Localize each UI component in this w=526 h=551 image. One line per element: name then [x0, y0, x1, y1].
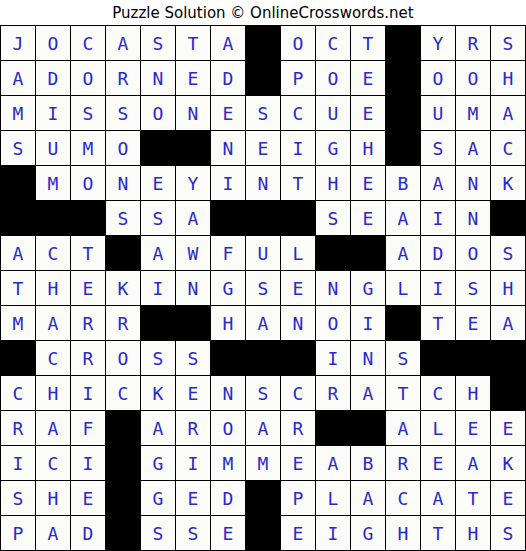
letter-cell-r12c14[interactable]: E: [456, 411, 490, 445]
letter-cell-r8c11[interactable]: G: [351, 271, 385, 305]
letter-cell-r8c6[interactable]: N: [176, 271, 210, 305]
letter-cell-r12c2[interactable]: A: [36, 411, 70, 445]
letter-cell-r3c11[interactable]: E: [351, 96, 385, 130]
letter-cell-r11c10[interactable]: R: [316, 376, 350, 410]
block-cell-r10c13: [421, 341, 455, 375]
letter-cell-r2c6[interactable]: E: [176, 61, 210, 95]
letter-cell-r9c13[interactable]: T: [421, 306, 455, 340]
letter-cell-r15c14[interactable]: H: [456, 516, 490, 550]
letter-cell-r8c9[interactable]: E: [281, 271, 315, 305]
block-cell-r5c1: [1, 166, 35, 200]
letter-cell-r15c1[interactable]: P: [1, 516, 35, 550]
letter-cell-r5c10[interactable]: H: [316, 166, 350, 200]
letter-cell-r3c14[interactable]: M: [456, 96, 490, 130]
letter-cell-r1c14[interactable]: R: [456, 26, 490, 60]
block-cell-r4c5: [141, 131, 175, 165]
letter-cell-r2c1[interactable]: A: [1, 61, 35, 95]
title-bar: Puzzle Solution © OnlineCrosswords.net: [0, 0, 526, 25]
block-cell-r10c8: [246, 341, 280, 375]
letter-cell-r1c13[interactable]: Y: [421, 26, 455, 60]
letter-cell-r13c11[interactable]: B: [351, 446, 385, 480]
letter-cell-r8c12[interactable]: L: [386, 271, 420, 305]
block-cell-r4c6: [176, 131, 210, 165]
block-cell-r2c12: [386, 61, 420, 95]
block-cell-r15c8: [246, 516, 280, 550]
letter-cell-r7c3[interactable]: T: [71, 236, 105, 270]
letter-cell-r5c8[interactable]: N: [246, 166, 280, 200]
block-cell-r1c12: [386, 26, 420, 60]
letter-cell-r2c3[interactable]: O: [71, 61, 105, 95]
letter-cell-r6c5[interactable]: S: [141, 201, 175, 235]
letter-cell-r14c7[interactable]: D: [211, 481, 245, 515]
letter-cell-r14c12[interactable]: C: [386, 481, 420, 515]
block-cell-r12c4: [106, 411, 140, 445]
letter-cell-r13c8[interactable]: M: [246, 446, 280, 480]
letter-cell-r2c10[interactable]: O: [316, 61, 350, 95]
block-cell-r10c15: [491, 341, 525, 375]
letter-cell-r13c3[interactable]: I: [71, 446, 105, 480]
letter-cell-r8c8[interactable]: S: [246, 271, 280, 305]
letter-cell-r2c4[interactable]: R: [106, 61, 140, 95]
letter-cell-r1c7[interactable]: A: [211, 26, 245, 60]
letter-cell-r12c5[interactable]: A: [141, 411, 175, 445]
block-cell-r2c8: [246, 61, 280, 95]
block-cell-r1c8: [246, 26, 280, 60]
block-cell-r14c8: [246, 481, 280, 515]
letter-cell-r1c6[interactable]: T: [176, 26, 210, 60]
letter-cell-r3c5[interactable]: O: [141, 96, 175, 130]
letter-cell-r6c6[interactable]: A: [176, 201, 210, 235]
letter-cell-r1c3[interactable]: C: [71, 26, 105, 60]
letter-cell-r3c7[interactable]: E: [211, 96, 245, 130]
letter-cell-r10c11[interactable]: N: [351, 341, 385, 375]
letter-cell-r10c3[interactable]: R: [71, 341, 105, 375]
letter-cell-r1c4[interactable]: A: [106, 26, 140, 60]
letter-cell-r3c8[interactable]: S: [246, 96, 280, 130]
block-cell-r12c11: [351, 411, 385, 445]
letter-cell-r4c7[interactable]: N: [211, 131, 245, 165]
letter-cell-r9c10[interactable]: O: [316, 306, 350, 340]
letter-cell-r11c3[interactable]: I: [71, 376, 105, 410]
letter-cell-r5c4[interactable]: N: [106, 166, 140, 200]
letter-cell-r8c4[interactable]: K: [106, 271, 140, 305]
letter-cell-r5c15[interactable]: K: [491, 166, 525, 200]
block-cell-r7c4: [106, 236, 140, 270]
letter-cell-r11c12[interactable]: T: [386, 376, 420, 410]
letter-cell-r7c5[interactable]: A: [141, 236, 175, 270]
letter-cell-r9c9[interactable]: N: [281, 306, 315, 340]
letter-cell-r2c13[interactable]: O: [421, 61, 455, 95]
block-cell-r6c1: [1, 201, 35, 235]
letter-cell-r2c5[interactable]: N: [141, 61, 175, 95]
letter-cell-r6c12[interactable]: A: [386, 201, 420, 235]
letter-cell-r5c11[interactable]: E: [351, 166, 385, 200]
letter-cell-r8c15[interactable]: H: [491, 271, 525, 305]
letter-cell-r6c13[interactable]: I: [421, 201, 455, 235]
letter-cell-r3c13[interactable]: U: [421, 96, 455, 130]
letter-cell-r11c9[interactable]: C: [281, 376, 315, 410]
block-cell-r14c4: [106, 481, 140, 515]
letter-cell-r15c6[interactable]: S: [176, 516, 210, 550]
letter-cell-r4c8[interactable]: E: [246, 131, 280, 165]
letter-cell-r14c3[interactable]: E: [71, 481, 105, 515]
letter-cell-r14c13[interactable]: A: [421, 481, 455, 515]
letter-cell-r15c15[interactable]: S: [491, 516, 525, 550]
letter-cell-r9c4[interactable]: R: [106, 306, 140, 340]
letter-cell-r7c13[interactable]: D: [421, 236, 455, 270]
letter-cell-r11c5[interactable]: K: [141, 376, 175, 410]
letter-cell-r8c2[interactable]: H: [36, 271, 70, 305]
letter-cell-r4c10[interactable]: G: [316, 131, 350, 165]
letter-cell-r3c10[interactable]: U: [316, 96, 350, 130]
letter-cell-r15c11[interactable]: G: [351, 516, 385, 550]
letter-cell-r9c2[interactable]: A: [36, 306, 70, 340]
letter-cell-r7c14[interactable]: O: [456, 236, 490, 270]
block-cell-r6c2: [36, 201, 70, 235]
letter-cell-r13c9[interactable]: E: [281, 446, 315, 480]
letter-cell-r12c12[interactable]: A: [386, 411, 420, 445]
letter-cell-r11c1[interactable]: C: [1, 376, 35, 410]
letter-cell-r13c6[interactable]: I: [176, 446, 210, 480]
block-cell-r7c10: [316, 236, 350, 270]
letter-cell-r12c8[interactable]: A: [246, 411, 280, 445]
block-cell-r10c1: [1, 341, 35, 375]
letter-cell-r11c13[interactable]: C: [421, 376, 455, 410]
letter-cell-r7c15[interactable]: S: [491, 236, 525, 270]
letter-cell-r6c4[interactable]: S: [106, 201, 140, 235]
letter-cell-r9c1[interactable]: M: [1, 306, 35, 340]
letter-cell-r13c1[interactable]: I: [1, 446, 35, 480]
block-cell-r15c4: [106, 516, 140, 550]
block-cell-r6c15: [491, 201, 525, 235]
letter-cell-r1c11[interactable]: T: [351, 26, 385, 60]
letter-cell-r12c6[interactable]: R: [176, 411, 210, 445]
letter-cell-r14c14[interactable]: T: [456, 481, 490, 515]
letter-cell-r4c3[interactable]: M: [71, 131, 105, 165]
letter-cell-r15c5[interactable]: S: [141, 516, 175, 550]
letter-cell-r3c9[interactable]: C: [281, 96, 315, 130]
letter-cell-r14c10[interactable]: L: [316, 481, 350, 515]
block-cell-r6c7: [211, 201, 245, 235]
letter-cell-r13c15[interactable]: K: [491, 446, 525, 480]
letter-cell-r11c4[interactable]: C: [106, 376, 140, 410]
letter-cell-r13c12[interactable]: R: [386, 446, 420, 480]
letter-cell-r12c9[interactable]: R: [281, 411, 315, 445]
block-cell-r9c5: [141, 306, 175, 340]
letter-cell-r6c11[interactable]: E: [351, 201, 385, 235]
letter-cell-r7c7[interactable]: F: [211, 236, 245, 270]
letter-cell-r7c1[interactable]: A: [1, 236, 35, 270]
block-cell-r13c4: [106, 446, 140, 480]
letter-cell-r1c10[interactable]: C: [316, 26, 350, 60]
letter-cell-r13c10[interactable]: A: [316, 446, 350, 480]
letter-cell-r11c14[interactable]: H: [456, 376, 490, 410]
letter-cell-r13c14[interactable]: A: [456, 446, 490, 480]
letter-cell-r8c1[interactable]: T: [1, 271, 35, 305]
block-cell-r10c7: [211, 341, 245, 375]
letter-cell-r4c14[interactable]: A: [456, 131, 490, 165]
letter-cell-r5c7[interactable]: I: [211, 166, 245, 200]
letter-cell-r5c3[interactable]: O: [71, 166, 105, 200]
letter-cell-r8c3[interactable]: E: [71, 271, 105, 305]
letter-cell-r11c6[interactable]: E: [176, 376, 210, 410]
letter-cell-r2c7[interactable]: D: [211, 61, 245, 95]
block-cell-r12c10: [316, 411, 350, 445]
letter-cell-r15c10[interactable]: I: [316, 516, 350, 550]
block-cell-r6c8: [246, 201, 280, 235]
letter-cell-r4c9[interactable]: I: [281, 131, 315, 165]
letter-cell-r15c13[interactable]: T: [421, 516, 455, 550]
letter-cell-r2c15[interactable]: H: [491, 61, 525, 95]
letter-cell-r10c2[interactable]: C: [36, 341, 70, 375]
letter-cell-r6c14[interactable]: N: [456, 201, 490, 235]
letter-cell-r4c15[interactable]: C: [491, 131, 525, 165]
letter-cell-r8c13[interactable]: I: [421, 271, 455, 305]
letter-cell-r12c7[interactable]: O: [211, 411, 245, 445]
letter-cell-r3c4[interactable]: S: [106, 96, 140, 130]
letter-cell-r3c6[interactable]: N: [176, 96, 210, 130]
letter-cell-r13c5[interactable]: G: [141, 446, 175, 480]
letter-cell-r14c1[interactable]: S: [1, 481, 35, 515]
letter-cell-r4c4[interactable]: O: [106, 131, 140, 165]
letter-cell-r7c2[interactable]: C: [36, 236, 70, 270]
block-cell-r6c9: [281, 201, 315, 235]
letter-cell-r14c2[interactable]: H: [36, 481, 70, 515]
letter-cell-r15c2[interactable]: A: [36, 516, 70, 550]
letter-cell-r1c9[interactable]: O: [281, 26, 315, 60]
letter-cell-r4c13[interactable]: S: [421, 131, 455, 165]
letter-cell-r1c5[interactable]: S: [141, 26, 175, 60]
letter-cell-r5c12[interactable]: B: [386, 166, 420, 200]
letter-cell-r5c14[interactable]: N: [456, 166, 490, 200]
letter-cell-r15c9[interactable]: E: [281, 516, 315, 550]
block-cell-r3c12: [386, 96, 420, 130]
letter-cell-r3c1[interactable]: M: [1, 96, 35, 130]
letter-cell-r2c14[interactable]: O: [456, 61, 490, 95]
letter-cell-r10c5[interactable]: S: [141, 341, 175, 375]
block-cell-r9c12: [386, 306, 420, 340]
block-cell-r4c12: [386, 131, 420, 165]
letter-cell-r1c15[interactable]: S: [491, 26, 525, 60]
letter-cell-r4c2[interactable]: U: [36, 131, 70, 165]
letter-cell-r14c15[interactable]: E: [491, 481, 525, 515]
letter-cell-r5c9[interactable]: T: [281, 166, 315, 200]
letter-cell-r8c10[interactable]: N: [316, 271, 350, 305]
page-title: Puzzle Solution © OnlineCrosswords.net: [112, 4, 413, 22]
letter-cell-r11c7[interactable]: N: [211, 376, 245, 410]
letter-cell-r7c6[interactable]: W: [176, 236, 210, 270]
letter-cell-r15c7[interactable]: E: [211, 516, 245, 550]
letter-cell-r9c8[interactable]: A: [246, 306, 280, 340]
letter-cell-r10c12[interactable]: S: [386, 341, 420, 375]
puzzle-solution-page: Puzzle Solution © OnlineCrosswords.net J…: [0, 0, 526, 551]
letter-cell-r8c7[interactable]: G: [211, 271, 245, 305]
letter-cell-r3c2[interactable]: I: [36, 96, 70, 130]
letter-cell-r12c1[interactable]: R: [1, 411, 35, 445]
letter-cell-r2c2[interactable]: D: [36, 61, 70, 95]
letter-cell-r2c11[interactable]: E: [351, 61, 385, 95]
letter-cell-r5c6[interactable]: Y: [176, 166, 210, 200]
letter-cell-r1c1[interactable]: J: [1, 26, 35, 60]
letter-cell-r14c6[interactable]: E: [176, 481, 210, 515]
letter-cell-r9c3[interactable]: R: [71, 306, 105, 340]
block-cell-r10c9: [281, 341, 315, 375]
letter-cell-r14c11[interactable]: A: [351, 481, 385, 515]
letter-cell-r14c9[interactable]: P: [281, 481, 315, 515]
letter-cell-r7c8[interactable]: U: [246, 236, 280, 270]
letter-cell-r9c15[interactable]: A: [491, 306, 525, 340]
block-cell-r9c6: [176, 306, 210, 340]
letter-cell-r2c9[interactable]: P: [281, 61, 315, 95]
block-cell-r11c15: [491, 376, 525, 410]
letter-cell-r5c2[interactable]: M: [36, 166, 70, 200]
letter-cell-r4c1[interactable]: S: [1, 131, 35, 165]
letter-cell-r12c15[interactable]: E: [491, 411, 525, 445]
letter-cell-r9c14[interactable]: E: [456, 306, 490, 340]
letter-cell-r3c15[interactable]: A: [491, 96, 525, 130]
letter-cell-r13c7[interactable]: M: [211, 446, 245, 480]
letter-cell-r11c8[interactable]: S: [246, 376, 280, 410]
letter-cell-r10c4[interactable]: O: [106, 341, 140, 375]
letter-cell-r6c10[interactable]: S: [316, 201, 350, 235]
letter-cell-r5c5[interactable]: E: [141, 166, 175, 200]
letter-cell-r15c12[interactable]: H: [386, 516, 420, 550]
letter-cell-r12c3[interactable]: F: [71, 411, 105, 445]
block-cell-r6c3: [71, 201, 105, 235]
letter-cell-r10c6[interactable]: S: [176, 341, 210, 375]
block-cell-r10c14: [456, 341, 490, 375]
letter-cell-r9c7[interactable]: H: [211, 306, 245, 340]
letter-cell-r3c3[interactable]: S: [71, 96, 105, 130]
letter-cell-r7c12[interactable]: A: [386, 236, 420, 270]
letter-cell-r4c11[interactable]: H: [351, 131, 385, 165]
letter-cell-r13c13[interactable]: E: [421, 446, 455, 480]
letter-cell-r14c5[interactable]: G: [141, 481, 175, 515]
letter-cell-r1c2[interactable]: O: [36, 26, 70, 60]
letter-cell-r15c3[interactable]: D: [71, 516, 105, 550]
letter-cell-r11c2[interactable]: H: [36, 376, 70, 410]
letter-cell-r9c11[interactable]: I: [351, 306, 385, 340]
letter-cell-r8c5[interactable]: I: [141, 271, 175, 305]
block-cell-r7c11: [351, 236, 385, 270]
letter-cell-r5c13[interactable]: A: [421, 166, 455, 200]
letter-cell-r7c9[interactable]: L: [281, 236, 315, 270]
letter-cell-r12c13[interactable]: L: [421, 411, 455, 445]
letter-cell-r13c2[interactable]: C: [36, 446, 70, 480]
letter-cell-r10c10[interactable]: I: [316, 341, 350, 375]
letter-cell-r8c14[interactable]: S: [456, 271, 490, 305]
letter-cell-r11c11[interactable]: A: [351, 376, 385, 410]
crossword-grid: JOCASTAOCTYRSADORNEDPOEOOHMISSONESCUEUMA…: [0, 25, 526, 551]
